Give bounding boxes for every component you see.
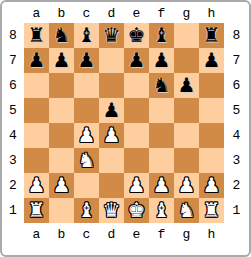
file-label-h-top: h [199, 4, 224, 23]
file-label-f-top: f [149, 4, 174, 23]
square-h1[interactable]: ♜ [199, 198, 224, 223]
file-label-a-top: a [24, 4, 49, 23]
rank-label-1-right: 1 [224, 198, 249, 223]
piece-black-pawn: ♟ [199, 48, 224, 73]
piece-black-knight: ♞ [49, 23, 74, 48]
piece-white-king: ♚ [124, 198, 149, 223]
square-h4[interactable] [199, 123, 224, 148]
rank-label-3-right: 3 [224, 148, 249, 173]
square-d4[interactable]: ♟ [99, 123, 124, 148]
piece-black-pawn: ♟ [49, 48, 74, 73]
rank-labels-left: 87654321 [4, 23, 24, 223]
piece-black-pawn: ♟ [74, 48, 99, 73]
square-a2[interactable]: ♟ [24, 173, 49, 198]
square-c7[interactable]: ♟ [74, 48, 99, 73]
rank-label-4-right: 4 [224, 123, 249, 148]
piece-black-pawn: ♟ [174, 73, 199, 98]
square-e5[interactable] [124, 98, 149, 123]
square-c3[interactable]: ♞ [74, 148, 99, 173]
square-d8[interactable]: ♛ [99, 23, 124, 48]
square-g5[interactable] [174, 98, 199, 123]
piece-white-knight: ♞ [174, 198, 199, 223]
file-label-b-top: b [49, 4, 74, 23]
piece-black-rook: ♜ [199, 23, 224, 48]
file-label-d-top: d [99, 4, 124, 23]
square-d7[interactable] [99, 48, 124, 73]
square-b3[interactable] [49, 148, 74, 173]
piece-white-pawn: ♟ [199, 173, 224, 198]
file-label-c-top: c [74, 4, 99, 23]
square-b7[interactable]: ♟ [49, 48, 74, 73]
piece-white-rook: ♜ [199, 198, 224, 223]
square-d3[interactable] [99, 148, 124, 173]
square-e6[interactable] [124, 73, 149, 98]
square-d1[interactable]: ♛ [99, 198, 124, 223]
rank-label-2-right: 2 [224, 173, 249, 198]
square-b1[interactable] [49, 198, 74, 223]
piece-white-pawn: ♟ [49, 173, 74, 198]
square-h2[interactable]: ♟ [199, 173, 224, 198]
square-a4[interactable] [24, 123, 49, 148]
square-b6[interactable] [49, 73, 74, 98]
square-g2[interactable]: ♟ [174, 173, 199, 198]
piece-white-pawn: ♟ [174, 173, 199, 198]
piece-white-rook: ♜ [24, 198, 49, 223]
rank-label-5-left: 5 [4, 98, 22, 123]
piece-black-bishop: ♝ [74, 23, 99, 48]
square-g4[interactable] [174, 123, 199, 148]
square-g3[interactable] [174, 148, 199, 173]
rank-label-7-right: 7 [224, 48, 249, 73]
piece-white-bishop: ♝ [74, 198, 99, 223]
square-b8[interactable]: ♞ [49, 23, 74, 48]
piece-black-king: ♚ [124, 23, 149, 48]
file-label-d-bottom: d [99, 223, 124, 247]
square-f6[interactable]: ♞ [149, 73, 174, 98]
piece-black-queen: ♛ [99, 23, 124, 48]
square-c4[interactable]: ♟ [74, 123, 99, 148]
square-c1[interactable]: ♝ [74, 198, 99, 223]
piece-white-bishop: ♝ [149, 198, 174, 223]
square-c2[interactable] [74, 173, 99, 198]
square-a8[interactable]: ♜ [24, 23, 49, 48]
piece-black-pawn: ♟ [124, 48, 149, 73]
piece-black-pawn: ♟ [24, 48, 49, 73]
square-f1[interactable]: ♝ [149, 198, 174, 223]
square-e3[interactable] [124, 148, 149, 173]
rank-label-4-left: 4 [4, 123, 22, 148]
piece-white-pawn: ♟ [124, 173, 149, 198]
square-e2[interactable]: ♟ [124, 173, 149, 198]
file-labels-bottom: abcdefgh [24, 223, 224, 257]
square-h6[interactable] [199, 73, 224, 98]
square-d6[interactable] [99, 73, 124, 98]
piece-white-pawn: ♟ [99, 123, 124, 148]
square-g6[interactable]: ♟ [174, 73, 199, 98]
piece-black-pawn: ♟ [99, 98, 124, 123]
square-g7[interactable] [174, 48, 199, 73]
chess-diagram: abcdefgh 87654321 ♜♞♝♛♚♝♜♟♟♟♟♟♟♞♟♟♟♟♞♟♟♟… [0, 0, 251, 257]
file-label-b-bottom: b [49, 223, 74, 247]
piece-white-pawn: ♟ [149, 173, 174, 198]
square-g1[interactable]: ♞ [174, 198, 199, 223]
square-f8[interactable]: ♝ [149, 23, 174, 48]
square-e8[interactable]: ♚ [124, 23, 149, 48]
square-a3[interactable] [24, 148, 49, 173]
file-labels-top: abcdefgh [24, 2, 224, 23]
rank-label-1-left: 1 [4, 198, 22, 223]
square-a6[interactable] [24, 73, 49, 98]
square-f7[interactable]: ♟ [149, 48, 174, 73]
square-a5[interactable] [24, 98, 49, 123]
piece-white-pawn: ♟ [74, 123, 99, 148]
rank-label-3-left: 3 [4, 148, 22, 173]
piece-white-pawn: ♟ [24, 173, 49, 198]
square-a7[interactable]: ♟ [24, 48, 49, 73]
square-f4[interactable] [149, 123, 174, 148]
rank-label-7-left: 7 [4, 48, 22, 73]
piece-black-pawn: ♟ [149, 48, 174, 73]
square-d2[interactable] [99, 173, 124, 198]
file-label-c-bottom: c [74, 223, 99, 247]
rank-label-8-right: 8 [224, 23, 249, 48]
square-f2[interactable]: ♟ [149, 173, 174, 198]
rank-label-6-left: 6 [4, 73, 22, 98]
file-label-g-bottom: g [174, 223, 199, 247]
square-b4[interactable] [49, 123, 74, 148]
file-label-f-bottom: f [149, 223, 174, 247]
chess-board: ♜♞♝♛♚♝♜♟♟♟♟♟♟♞♟♟♟♟♞♟♟♟♟♟♟♜♝♛♚♝♞♜ [24, 23, 224, 223]
square-g8[interactable] [174, 23, 199, 48]
file-label-g-top: g [174, 4, 199, 23]
square-c6[interactable] [74, 73, 99, 98]
square-c8[interactable]: ♝ [74, 23, 99, 48]
square-h3[interactable] [199, 148, 224, 173]
square-c5[interactable] [74, 98, 99, 123]
square-b5[interactable] [49, 98, 74, 123]
rank-label-5-right: 5 [224, 98, 249, 123]
file-label-e-bottom: e [124, 223, 149, 247]
file-label-h-bottom: h [199, 223, 224, 247]
piece-white-queen: ♛ [99, 198, 124, 223]
file-label-a-bottom: a [24, 223, 49, 247]
square-h8[interactable]: ♜ [199, 23, 224, 48]
square-a1[interactable]: ♜ [24, 198, 49, 223]
rank-label-6-right: 6 [224, 73, 249, 98]
file-label-e-top: e [124, 4, 149, 23]
piece-black-rook: ♜ [24, 23, 49, 48]
square-e4[interactable] [124, 123, 149, 148]
piece-black-bishop: ♝ [149, 23, 174, 48]
square-e1[interactable]: ♚ [124, 198, 149, 223]
square-d5[interactable]: ♟ [99, 98, 124, 123]
square-f5[interactable] [149, 98, 174, 123]
square-h5[interactable] [199, 98, 224, 123]
square-b2[interactable]: ♟ [49, 173, 74, 198]
rank-label-2-left: 2 [4, 173, 22, 198]
rank-label-8-left: 8 [4, 23, 22, 48]
square-h7[interactable]: ♟ [199, 48, 224, 73]
square-f3[interactable] [149, 148, 174, 173]
rank-labels-right: 87654321 [224, 23, 251, 223]
piece-black-knight: ♞ [149, 73, 174, 98]
piece-white-knight: ♞ [74, 148, 99, 173]
square-e7[interactable]: ♟ [124, 48, 149, 73]
